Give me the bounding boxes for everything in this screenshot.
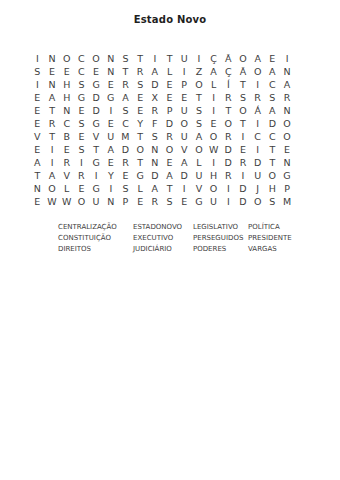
grid-cell[interactable]: R	[74, 169, 89, 182]
grid-cell[interactable]: G	[133, 169, 148, 182]
grid-cell[interactable]: T	[133, 52, 148, 65]
grid-cell[interactable]: Y	[133, 117, 148, 130]
grid-cell[interactable]: U	[177, 52, 192, 65]
grid-cell[interactable]: O	[250, 65, 265, 78]
grid-cell[interactable]: Á	[250, 104, 265, 117]
grid-cell[interactable]: A	[148, 182, 163, 195]
grid-cell[interactable]: A	[118, 91, 133, 104]
grid-cell[interactable]: O	[236, 104, 251, 117]
grid-cell[interactable]: I	[103, 104, 118, 117]
grid-cell[interactable]: S	[133, 78, 148, 91]
grid-cell[interactable]: N	[280, 65, 295, 78]
word-list-item: VARGAS	[248, 246, 340, 253]
grid-cell[interactable]: A	[177, 156, 192, 169]
grid-cell[interactable]: L	[162, 65, 177, 78]
grid-cell[interactable]: O	[177, 117, 192, 130]
grid-cell[interactable]: E	[103, 78, 118, 91]
grid-cell[interactable]: S	[236, 91, 251, 104]
grid-cell[interactable]: I	[177, 65, 192, 78]
grid-cell[interactable]: A	[265, 104, 280, 117]
grid-cell[interactable]: I	[103, 182, 118, 195]
grid-cell[interactable]: E	[162, 91, 177, 104]
grid-cell[interactable]: D	[221, 143, 236, 156]
grid-cell[interactable]: V	[177, 143, 192, 156]
grid-cell[interactable]: U	[103, 130, 118, 143]
grid-cell[interactable]: I	[221, 182, 236, 195]
grid-cell[interactable]: I	[89, 169, 104, 182]
grid-cell[interactable]: I	[45, 143, 60, 156]
grid-cell[interactable]: I	[192, 52, 207, 65]
grid-cell[interactable]: I	[250, 78, 265, 91]
grid-cell[interactable]: T	[236, 78, 251, 91]
grid-cell[interactable]: G	[74, 91, 89, 104]
grid-cell[interactable]: I	[236, 169, 251, 182]
word-search-page: Estado Novo INOCONSTITUIÇÃOAEISEECENTRAL…	[0, 0, 340, 480]
grid-cell[interactable]: X	[148, 91, 163, 104]
grid-cell[interactable]: O	[192, 143, 207, 156]
grid-cell[interactable]: D	[177, 169, 192, 182]
grid-cell[interactable]: C	[265, 78, 280, 91]
grid-cell[interactable]: D	[221, 156, 236, 169]
grid-cell[interactable]: Ã	[236, 65, 251, 78]
grid-cell[interactable]: U	[177, 104, 192, 117]
grid-cell[interactable]: O	[250, 195, 265, 208]
grid-cell[interactable]: V	[89, 130, 104, 143]
grid-cell[interactable]: T	[133, 156, 148, 169]
grid-cell[interactable]: M	[118, 130, 133, 143]
grid-cell[interactable]: R	[236, 156, 251, 169]
grid-cell[interactable]: N	[103, 65, 118, 78]
grid-cell[interactable]: V	[30, 130, 45, 143]
grid-cell[interactable]: T	[236, 117, 251, 130]
grid-cell[interactable]: V	[59, 169, 74, 182]
grid-cell[interactable]: R	[133, 65, 148, 78]
grid-cell[interactable]: W	[206, 143, 221, 156]
grid-cell[interactable]: R	[250, 91, 265, 104]
grid-cell[interactable]: E	[206, 117, 221, 130]
grid-cell[interactable]: A	[103, 143, 118, 156]
word-list-item: POLÍTICA	[248, 224, 340, 231]
grid-cell[interactable]: T	[265, 143, 280, 156]
grid-cell[interactable]: E	[30, 91, 45, 104]
word-list-item: JUDICIÁRIO	[133, 246, 193, 253]
grid-cell[interactable]: D	[89, 91, 104, 104]
grid-cell[interactable]: L	[133, 182, 148, 195]
grid-cell[interactable]: R	[59, 156, 74, 169]
grid-cell[interactable]: O	[162, 143, 177, 156]
grid-cell[interactable]: A	[45, 169, 60, 182]
grid-cell[interactable]: L	[206, 78, 221, 91]
grid-cell[interactable]: Ç	[221, 65, 236, 78]
grid-cell[interactable]: A	[280, 78, 295, 91]
grid-cell[interactable]: O	[280, 130, 295, 143]
grid-cell[interactable]: V	[192, 182, 207, 195]
grid-cell[interactable]: E	[30, 195, 45, 208]
grid-cell[interactable]: G	[89, 182, 104, 195]
grid-cell[interactable]: C	[74, 52, 89, 65]
grid-cell[interactable]: D	[148, 169, 163, 182]
word-search-grid: INOCONSTITUIÇÃOAEISEECENTRALIZAÇÃOANINHS…	[30, 52, 295, 208]
grid-cell[interactable]: D	[89, 104, 104, 117]
grid-cell[interactable]: O	[236, 52, 251, 65]
grid-cell[interactable]: L	[59, 182, 74, 195]
grid-cell[interactable]: U	[206, 195, 221, 208]
grid-cell[interactable]: C	[74, 65, 89, 78]
grid-cell[interactable]: H	[59, 91, 74, 104]
grid-cell[interactable]: A	[206, 65, 221, 78]
grid-cell[interactable]: I	[236, 130, 251, 143]
word-list-item: LEGISLATIVO	[193, 224, 248, 231]
grid-cell[interactable]: I	[30, 78, 45, 91]
grid-cell[interactable]: O	[265, 169, 280, 182]
grid-cell[interactable]: A	[45, 91, 60, 104]
grid-cell[interactable]: W	[45, 195, 60, 208]
grid-cell[interactable]: N	[103, 195, 118, 208]
grid-cell[interactable]: S	[265, 91, 280, 104]
grid-cell[interactable]: D	[236, 195, 251, 208]
grid-cell[interactable]: I	[206, 104, 221, 117]
grid-cell[interactable]: E	[103, 156, 118, 169]
grid-cell[interactable]: C	[59, 117, 74, 130]
grid-cell[interactable]: S	[118, 182, 133, 195]
grid-cell[interactable]: R	[118, 78, 133, 91]
grid-cell[interactable]: E	[74, 182, 89, 195]
word-list-item: CENTRALIZAÇÃO	[58, 224, 133, 231]
grid-cell[interactable]: N	[103, 52, 118, 65]
grid-cell[interactable]: S	[118, 104, 133, 117]
word-list-item: ESTADONOVO	[133, 224, 193, 231]
word-list-item: PERSEGUIDOS	[193, 235, 248, 242]
grid-cell[interactable]: T	[192, 91, 207, 104]
grid-cell[interactable]: R	[221, 130, 236, 143]
grid-cell[interactable]: T	[89, 143, 104, 156]
grid-cell[interactable]: G	[89, 117, 104, 130]
grid-cell[interactable]: T	[45, 130, 60, 143]
grid-cell[interactable]: S	[74, 78, 89, 91]
grid-cell[interactable]: I	[45, 156, 60, 169]
grid-cell[interactable]: S	[74, 117, 89, 130]
grid-cell[interactable]: Z	[192, 65, 207, 78]
word-list-item: EXECUTIVO	[133, 235, 193, 242]
grid-cell[interactable]: T	[30, 169, 45, 182]
grid-cell[interactable]: E	[45, 65, 60, 78]
grid-cell[interactable]: A	[162, 169, 177, 182]
grid-cell[interactable]: H	[206, 169, 221, 182]
grid-cell[interactable]: A	[148, 65, 163, 78]
grid-cell[interactable]: D	[118, 143, 133, 156]
grid-cell[interactable]: R	[45, 117, 60, 130]
grid-cell[interactable]: E	[89, 65, 104, 78]
grid-cell[interactable]: O	[206, 130, 221, 143]
grid-cell[interactable]: M	[280, 195, 295, 208]
grid-cell[interactable]: I	[280, 52, 295, 65]
grid-cell[interactable]: N	[45, 78, 60, 91]
grid-cell[interactable]: N	[148, 143, 163, 156]
grid-cell[interactable]: A	[250, 52, 265, 65]
grid-cell[interactable]: E	[177, 91, 192, 104]
grid-cell[interactable]: B	[59, 130, 74, 143]
grid-cell[interactable]: C	[250, 130, 265, 143]
grid-cell[interactable]: N	[30, 182, 45, 195]
grid-cell[interactable]: T	[118, 65, 133, 78]
grid-cell[interactable]: E	[236, 143, 251, 156]
grid-cell[interactable]: T	[133, 130, 148, 143]
grid-cell[interactable]: S	[265, 195, 280, 208]
grid-cell[interactable]: S	[192, 117, 207, 130]
grid-cell[interactable]: S	[148, 130, 163, 143]
grid-cell[interactable]: E	[30, 143, 45, 156]
grid-cell[interactable]: E	[133, 195, 148, 208]
grid-cell[interactable]: U	[192, 169, 207, 182]
grid-cell[interactable]: H	[59, 78, 74, 91]
grid-cell[interactable]: S	[162, 195, 177, 208]
grid-cell[interactable]: Ã	[221, 52, 236, 65]
grid-cell[interactable]: H	[265, 182, 280, 195]
grid-cell[interactable]: N	[148, 156, 163, 169]
grid-cell[interactable]: E	[280, 143, 295, 156]
grid-cell[interactable]: D	[265, 117, 280, 130]
grid-cell[interactable]: D	[148, 78, 163, 91]
grid-cell[interactable]: E	[30, 117, 45, 130]
grid-cell[interactable]: O	[206, 182, 221, 195]
grid-cell[interactable]: I	[206, 156, 221, 169]
grid-cell[interactable]: O	[89, 52, 104, 65]
grid-cell[interactable]: D	[250, 156, 265, 169]
grid-cell[interactable]: O	[59, 52, 74, 65]
grid-cell[interactable]: O	[45, 182, 60, 195]
grid-cell[interactable]: E	[162, 78, 177, 91]
grid-cell[interactable]: E	[59, 143, 74, 156]
grid-cell[interactable]: O	[133, 143, 148, 156]
grid-cell[interactable]: T	[162, 182, 177, 195]
grid-cell[interactable]: N	[280, 156, 295, 169]
grid-cell[interactable]: U	[250, 169, 265, 182]
grid-cell[interactable]: C	[265, 130, 280, 143]
grid-cell[interactable]: A	[265, 65, 280, 78]
grid-cell[interactable]: A	[192, 130, 207, 143]
grid-cell[interactable]: I	[221, 195, 236, 208]
grid-cell[interactable]: I	[30, 52, 45, 65]
grid-cell[interactable]: I	[250, 117, 265, 130]
grid-cell[interactable]: U	[89, 195, 104, 208]
grid-cell[interactable]: L	[192, 156, 207, 169]
grid-cell[interactable]: Ç	[206, 52, 221, 65]
word-list: CENTRALIZAÇÃOCONSTITUIÇÃODIREITOSESTADON…	[58, 224, 340, 253]
grid-cell[interactable]: E	[177, 195, 192, 208]
grid-cell[interactable]: E	[133, 91, 148, 104]
word-list-item: PODERES	[193, 246, 248, 253]
grid-cell[interactable]: I	[74, 156, 89, 169]
grid-cell[interactable]: N	[45, 52, 60, 65]
grid-cell[interactable]: S	[30, 65, 45, 78]
grid-cell[interactable]: T	[265, 156, 280, 169]
grid-cell[interactable]: T	[162, 52, 177, 65]
grid-cell[interactable]: G	[192, 195, 207, 208]
grid-cell[interactable]: R	[148, 195, 163, 208]
grid-cell[interactable]: E	[133, 104, 148, 117]
grid-cell[interactable]: P	[280, 182, 295, 195]
grid-cell[interactable]: E	[118, 169, 133, 182]
grid-cell[interactable]: D	[236, 182, 251, 195]
grid-cell[interactable]: R	[221, 91, 236, 104]
grid-cell[interactable]: P	[162, 104, 177, 117]
grid-cell[interactable]: U	[177, 130, 192, 143]
grid-cell[interactable]: E	[265, 52, 280, 65]
word-list-item: CONSTITUIÇÃO	[58, 235, 133, 242]
word-list-item: PRESIDENTE	[248, 235, 340, 242]
grid-cell[interactable]: I	[206, 91, 221, 104]
puzzle-title: Estado Novo	[0, 0, 340, 26]
grid-cell[interactable]: T	[221, 104, 236, 117]
grid-cell[interactable]: I	[250, 143, 265, 156]
grid-cell[interactable]: I	[177, 182, 192, 195]
grid-cell[interactable]: A	[30, 156, 45, 169]
grid-cell[interactable]: S	[192, 104, 207, 117]
grid-cell[interactable]: I	[148, 52, 163, 65]
grid-cell[interactable]: D	[162, 117, 177, 130]
grid-cell[interactable]: F	[148, 117, 163, 130]
grid-cell[interactable]: P	[177, 78, 192, 91]
grid-cell[interactable]: T	[45, 104, 60, 117]
grid-cell[interactable]: P	[118, 195, 133, 208]
grid-cell[interactable]: S	[118, 52, 133, 65]
grid-cell[interactable]: Y	[103, 169, 118, 182]
grid-cell[interactable]: C	[118, 117, 133, 130]
grid-cell[interactable]: O	[192, 78, 207, 91]
grid-cell[interactable]: G	[103, 91, 118, 104]
grid-cell[interactable]: R	[148, 104, 163, 117]
grid-cell[interactable]: J	[250, 182, 265, 195]
grid-cell[interactable]: E	[103, 117, 118, 130]
grid-cell[interactable]: R	[162, 130, 177, 143]
grid-cell[interactable]: R	[118, 156, 133, 169]
grid-cell[interactable]: G	[280, 169, 295, 182]
grid-cell[interactable]: R	[221, 169, 236, 182]
word-list-item: DIREITOS	[58, 246, 133, 253]
grid-cell[interactable]: N	[280, 104, 295, 117]
grid-cell[interactable]: N	[59, 104, 74, 117]
grid-cell[interactable]: O	[280, 117, 295, 130]
grid-cell[interactable]: Í	[221, 78, 236, 91]
grid-cell[interactable]: W	[59, 195, 74, 208]
grid-cell[interactable]: G	[89, 156, 104, 169]
grid-cell[interactable]: E	[74, 130, 89, 143]
grid-cell[interactable]: G	[89, 78, 104, 91]
grid-cell[interactable]: S	[74, 143, 89, 156]
grid-cell[interactable]: E	[74, 104, 89, 117]
grid-cell[interactable]: O	[74, 195, 89, 208]
grid-cell[interactable]: E	[30, 104, 45, 117]
grid-cell[interactable]: O	[221, 117, 236, 130]
grid-cell[interactable]: E	[59, 65, 74, 78]
grid-cell[interactable]: E	[162, 156, 177, 169]
grid-cell[interactable]: R	[280, 91, 295, 104]
